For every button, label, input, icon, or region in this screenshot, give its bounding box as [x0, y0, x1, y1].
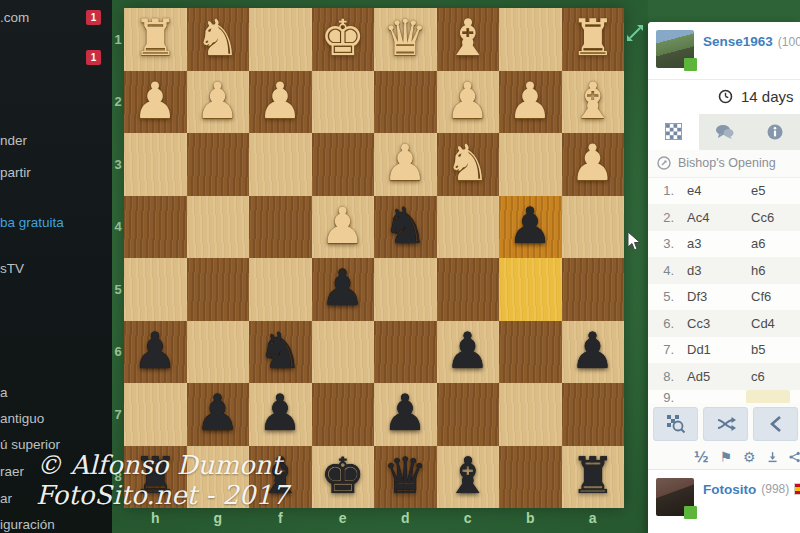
white-king: ♚	[312, 8, 375, 71]
square-e6[interactable]	[312, 321, 375, 384]
square-b1[interactable]	[499, 8, 562, 71]
white-pawn: ♟	[562, 133, 625, 196]
square-h6[interactable]: ♟	[124, 321, 187, 384]
white-bishop: ♝	[437, 8, 500, 71]
move-number: 7.	[648, 342, 678, 357]
file-label-f: f	[249, 506, 312, 530]
tab-moves[interactable]	[648, 114, 699, 150]
black-move[interactable]: Cc6	[746, 209, 779, 226]
square-f4[interactable]	[249, 196, 312, 259]
black-move[interactable]: a6	[746, 235, 770, 252]
tab-chat[interactable]	[699, 114, 750, 150]
square-b6[interactable]	[499, 321, 562, 384]
chevron-left-icon	[769, 415, 783, 433]
square-a3[interactable]: ♟	[562, 133, 625, 196]
square-b5[interactable]	[499, 258, 562, 321]
sidebar-item-label: iguración	[0, 517, 55, 532]
rank-label-1: 1	[112, 8, 124, 71]
white-knight: ♞	[437, 133, 500, 196]
move-row: 5.Df3Cf6	[648, 284, 800, 311]
square-c1[interactable]: ♝	[437, 8, 500, 71]
move-number: 3.	[648, 236, 678, 251]
sidebar-item-label: a	[0, 385, 8, 400]
square-d6[interactable]	[374, 321, 437, 384]
time-control-row: 14 days	[648, 79, 800, 114]
black-knight: ♞	[249, 321, 312, 384]
chess-board[interactable]: ♜♞♚♛♝♜♟♟♟♟♟♝♟♞♟♟♞♟♟♟♞♟♟♟♟♟♜♝♚♛♝♜	[124, 8, 624, 508]
opening-row: Bishop's Opening	[648, 150, 800, 178]
black-move[interactable]: b5	[746, 341, 770, 358]
move-row: 9.	[648, 390, 800, 403]
sidebar-item-label: .com	[0, 10, 29, 25]
rank-label-2: 2	[112, 71, 124, 134]
square-g7[interactable]: ♟	[187, 383, 250, 446]
move-row: 1.e4e5	[648, 178, 800, 205]
sidebar-item-label: sTV	[0, 261, 24, 276]
square-d2[interactable]	[374, 71, 437, 134]
black-bishop: ♝	[437, 446, 500, 509]
move-row: 2.Ac4Cc6	[648, 204, 800, 231]
square-d3[interactable]: ♟	[374, 133, 437, 196]
black-move[interactable]: c6	[746, 368, 770, 385]
square-e1[interactable]: ♚	[312, 8, 375, 71]
file-labels: hgfedcba	[124, 506, 624, 530]
move-row: 7.Dd1b5	[648, 337, 800, 364]
black-rook: ♜	[124, 446, 187, 509]
sidebar-item[interactable]: antiguo	[0, 409, 112, 429]
white-pawn: ♟	[187, 71, 250, 134]
white-rook: ♜	[562, 8, 625, 71]
move-number: 2.	[648, 210, 678, 225]
player-top-row: Sense1963 (1002)	[648, 22, 800, 79]
square-b3[interactable]	[499, 133, 562, 196]
white-pawn: ♟	[374, 133, 437, 196]
square-f5[interactable]	[249, 258, 312, 321]
sidebar-item[interactable]: 1	[0, 48, 112, 68]
opening-explorer-icon	[657, 156, 671, 170]
white-move[interactable]: Dd1	[682, 341, 716, 358]
square-a8[interactable]: ♜	[562, 446, 625, 509]
square-b8[interactable]	[499, 446, 562, 509]
white-move[interactable]: Cc3	[682, 315, 715, 332]
square-a1[interactable]: ♜	[562, 8, 625, 71]
black-move[interactable]: e5	[746, 182, 770, 199]
sidebar-item[interactable]: ba gratuita	[0, 213, 112, 233]
gear-icon[interactable]: ⚙	[743, 450, 756, 464]
square-c6[interactable]: ♟	[437, 321, 500, 384]
download-icon[interactable]	[767, 450, 778, 464]
file-label-e: e	[312, 506, 375, 530]
sidebar-item[interactable]: .com1	[0, 8, 112, 28]
white-bishop: ♝	[562, 71, 625, 134]
game-panel: Sense1963 (1002) 14 days	[648, 22, 800, 533]
white-move[interactable]: Df3	[682, 288, 712, 305]
sidebar-item-label: partir	[0, 165, 31, 180]
move-number: 9.	[648, 390, 678, 403]
white-move[interactable]: Ac4	[682, 209, 714, 226]
white-knight: ♞	[187, 8, 250, 71]
avatar-fotosito[interactable]	[656, 478, 694, 516]
file-label-c: c	[437, 506, 500, 530]
sidebar-item-label: ar	[0, 491, 12, 506]
black-pawn: ♟	[124, 321, 187, 384]
move-list: 1.e4e52.Ac4Cc63.a3a64.d3h65.Df3Cf66.Cc3C…	[648, 178, 800, 403]
online-indicator	[684, 506, 697, 519]
black-move[interactable]	[746, 390, 790, 403]
square-d4[interactable]: ♞	[374, 196, 437, 259]
square-h3[interactable]	[124, 133, 187, 196]
black-knight: ♞	[374, 196, 437, 259]
square-a6[interactable]: ♟	[562, 321, 625, 384]
square-g8[interactable]	[187, 446, 250, 509]
panel-buttons	[648, 403, 800, 446]
sidebar-item[interactable]: ú superior	[0, 435, 112, 455]
black-pawn: ♟	[249, 383, 312, 446]
square-d5[interactable]	[374, 258, 437, 321]
white-pawn: ♟	[437, 71, 500, 134]
rank-labels: 12345678	[112, 8, 124, 508]
black-move[interactable]: Cf6	[746, 288, 776, 305]
square-a2[interactable]: ♝	[562, 71, 625, 134]
black-pawn: ♟	[437, 321, 500, 384]
sidebar-item-label: nder	[0, 133, 27, 148]
square-f2[interactable]: ♟	[249, 71, 312, 134]
black-bishop: ♝	[249, 446, 312, 509]
black-move[interactable]: Cd4	[746, 315, 780, 332]
square-e7[interactable]	[312, 383, 375, 446]
black-rook: ♜	[562, 446, 625, 509]
notification-badge: 1	[86, 50, 101, 65]
board-icon	[665, 123, 682, 140]
black-pawn: ♟	[312, 258, 375, 321]
square-e2[interactable]	[312, 71, 375, 134]
square-e3[interactable]	[312, 133, 375, 196]
player-rating-top: (1002)	[778, 35, 800, 49]
rank-label-3: 3	[112, 133, 124, 196]
share-icon[interactable]	[789, 450, 800, 464]
square-h8[interactable]: ♜	[124, 446, 187, 509]
move-number: 1.	[648, 183, 678, 198]
square-e4[interactable]: ♟	[312, 196, 375, 259]
sidebar-item[interactable]: partir	[0, 163, 112, 183]
square-h5[interactable]	[124, 258, 187, 321]
square-f8[interactable]: ♝	[249, 446, 312, 509]
info-icon	[767, 124, 783, 140]
square-f6[interactable]: ♞	[249, 321, 312, 384]
sidebar-item[interactable]: nder	[0, 131, 112, 151]
file-label-b: b	[499, 506, 562, 530]
black-pawn: ♟	[374, 383, 437, 446]
chat-icon	[715, 124, 734, 140]
spain-flag-icon	[794, 483, 800, 495]
black-move[interactable]: h6	[746, 262, 770, 279]
rank-label-4: 4	[112, 196, 124, 259]
clock-icon	[718, 89, 733, 104]
white-move[interactable]: Ad5	[682, 368, 715, 385]
square-b7[interactable]	[499, 383, 562, 446]
player-bottom-row: Fotosito (998)	[648, 469, 800, 533]
file-label-a: a	[562, 506, 625, 530]
sidebar-item[interactable]: ar	[0, 489, 112, 509]
game-actions-row: ½ ⚑ ⚙	[648, 445, 800, 468]
square-g6[interactable]	[187, 321, 250, 384]
square-h2[interactable]: ♟	[124, 71, 187, 134]
black-pawn: ♟	[499, 196, 562, 259]
square-e8[interactable]: ♚	[312, 446, 375, 509]
white-queen: ♛	[374, 8, 437, 71]
white-move[interactable]	[682, 400, 692, 402]
white-move[interactable]: e4	[682, 182, 706, 199]
square-g2[interactable]: ♟	[187, 71, 250, 134]
analysis-button[interactable]	[653, 407, 698, 441]
square-c7[interactable]	[437, 383, 500, 446]
square-c3[interactable]: ♞	[437, 133, 500, 196]
square-e5[interactable]: ♟	[312, 258, 375, 321]
white-pawn: ♟	[124, 71, 187, 134]
sidebar-item-label: ú superior	[0, 437, 60, 452]
tab-info[interactable]	[749, 114, 800, 150]
online-indicator	[684, 58, 697, 71]
sidebar-item-label: antiguo	[0, 411, 44, 426]
square-c8[interactable]: ♝	[437, 446, 500, 509]
square-d1[interactable]: ♛	[374, 8, 437, 71]
move-row: 4.d3h6	[648, 257, 800, 284]
move-number: 4.	[648, 263, 678, 278]
white-pawn: ♟	[312, 196, 375, 259]
time-control-label: 14 days	[741, 88, 794, 105]
square-f3[interactable]	[249, 133, 312, 196]
player-rating-bottom: (998)	[761, 482, 789, 496]
square-d8[interactable]: ♛	[374, 446, 437, 509]
player-name-bottom[interactable]: Fotosito	[703, 482, 756, 497]
square-h7[interactable]	[124, 383, 187, 446]
square-d7[interactable]: ♟	[374, 383, 437, 446]
expand-board-icon[interactable]	[624, 22, 646, 48]
offer-draw-button[interactable]: ½	[694, 449, 709, 465]
mouse-cursor-icon	[627, 231, 642, 256]
square-g3[interactable]	[187, 133, 250, 196]
white-pawn: ♟	[499, 71, 562, 134]
black-queen: ♛	[374, 446, 437, 509]
rank-label-7: 7	[112, 383, 124, 446]
move-row: 6.Cc3Cd4	[648, 310, 800, 337]
black-king: ♚	[312, 446, 375, 509]
flip-board-button[interactable]	[703, 407, 748, 441]
previous-move-button[interactable]	[753, 407, 798, 441]
resign-flag-icon[interactable]: ⚑	[720, 450, 733, 464]
square-b4[interactable]: ♟	[499, 196, 562, 259]
sidebar-item-label: ba gratuita	[0, 215, 64, 230]
opening-name[interactable]: Bishop's Opening	[678, 156, 776, 170]
white-move[interactable]: d3	[682, 262, 706, 279]
square-a7[interactable]	[562, 383, 625, 446]
square-a4[interactable]	[562, 196, 625, 259]
move-number: 6.	[648, 316, 678, 331]
sidebar-item[interactable]: a	[0, 383, 112, 403]
board-magnifier-icon	[666, 414, 686, 434]
square-f7[interactable]: ♟	[249, 383, 312, 446]
move-number: 5.	[648, 289, 678, 304]
player-name-top[interactable]: Sense1963	[703, 34, 773, 49]
move-number: 8.	[648, 369, 678, 384]
square-b2[interactable]: ♟	[499, 71, 562, 134]
left-sidebar: .com11nderpartirba gratuitasTVaantiguoú …	[0, 0, 112, 533]
square-h1[interactable]: ♜	[124, 8, 187, 71]
move-row: 8.Ad5c6	[648, 363, 800, 390]
rank-label-6: 6	[112, 321, 124, 384]
square-g1[interactable]: ♞	[187, 8, 250, 71]
panel-tabs	[648, 114, 800, 150]
white-pawn: ♟	[249, 71, 312, 134]
sidebar-item[interactable]: raer	[0, 462, 112, 482]
black-pawn: ♟	[187, 383, 250, 446]
white-rook: ♜	[124, 8, 187, 71]
avatar-sense1963[interactable]	[656, 30, 694, 68]
file-label-d: d	[374, 506, 437, 530]
square-g4[interactable]	[187, 196, 250, 259]
sidebar-item[interactable]: iguración	[0, 515, 112, 533]
square-c4[interactable]	[437, 196, 500, 259]
sidebar-item[interactable]: sTV	[0, 259, 112, 279]
rank-label-8: 8	[112, 446, 124, 509]
white-move[interactable]: a3	[682, 235, 706, 252]
file-label-g: g	[187, 506, 250, 530]
square-c5[interactable]	[437, 258, 500, 321]
black-pawn: ♟	[562, 321, 625, 384]
file-label-h: h	[124, 506, 187, 530]
move-row: 3.a3a6	[648, 231, 800, 258]
square-c2[interactable]: ♟	[437, 71, 500, 134]
crossed-arrows-icon	[716, 416, 736, 432]
rank-label-5: 5	[112, 258, 124, 321]
square-h4[interactable]	[124, 196, 187, 259]
sidebar-item-label: raer	[0, 464, 24, 479]
square-f1[interactable]	[249, 8, 312, 71]
square-a5[interactable]	[562, 258, 625, 321]
notification-badge: 1	[86, 10, 101, 25]
board-background: 12345678 ♜♞♚♛♝♜♟♟♟♟♟♝♟♞♟♟♞♟♟♟♞♟♟♟♟♟♜♝♚♛♝…	[112, 0, 648, 533]
square-g5[interactable]	[187, 258, 250, 321]
